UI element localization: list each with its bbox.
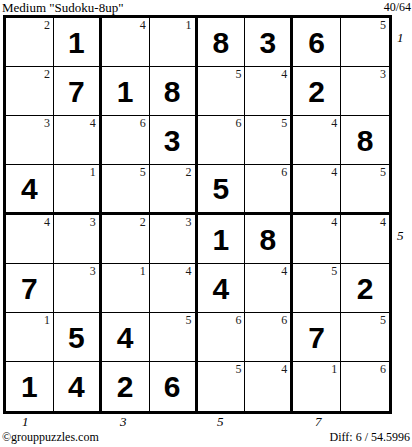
cell-r1c8[interactable]: 5 (341, 18, 389, 67)
pencil-mark: 4 (331, 215, 337, 229)
cell-r6c8[interactable]: 2 (341, 264, 389, 313)
cell-r7c1[interactable]: 1 (6, 313, 54, 362)
cell-r2c1[interactable]: 2 (6, 67, 54, 116)
pencil-mark: 5 (331, 264, 337, 278)
pencil-mark: 1 (186, 18, 192, 32)
pencil-mark: 5 (380, 18, 386, 32)
cell-r2c7[interactable]: 2 (293, 67, 341, 116)
pencil-mark: 4 (44, 215, 50, 229)
cell-digit: 8 (164, 77, 181, 107)
col-label-5: 5 (217, 414, 224, 430)
cell-r6c2[interactable]: 3 (54, 264, 102, 313)
cell-r4c1[interactable]: 4 (6, 165, 54, 214)
cell-r8c4[interactable]: 6 (150, 362, 198, 411)
cell-r8c1[interactable]: 1 (6, 362, 54, 411)
pencil-mark: 2 (140, 215, 146, 229)
pencil-mark: 6 (235, 313, 241, 327)
cell-r8c6[interactable]: 4 (245, 362, 293, 411)
pencil-mark: 6 (281, 165, 287, 179)
cell-r6c7[interactable]: 5 (293, 264, 341, 313)
row-label-5: 5 (397, 228, 404, 244)
pencil-mark: 3 (186, 215, 192, 229)
pencil-mark: 1 (90, 165, 96, 179)
cell-r7c8[interactable]: 5 (341, 313, 389, 362)
pencil-mark: 6 (140, 116, 146, 130)
pencil-mark: 5 (235, 67, 241, 81)
cell-r5c3[interactable]: 2 (102, 215, 150, 264)
pencil-mark: 1 (331, 362, 337, 376)
cell-digit: 7 (21, 274, 38, 304)
cell-digit: 2 (308, 77, 325, 107)
cell-digit: 3 (259, 28, 276, 58)
cell-r2c4[interactable]: 8 (150, 67, 198, 116)
cell-r1c1[interactable]: 2 (6, 18, 54, 67)
cell-digit: 4 (21, 174, 38, 204)
cell-r5c5[interactable]: 1 (198, 215, 246, 264)
cell-r3c5[interactable]: 6 (198, 116, 246, 165)
pencil-mark: 5 (281, 116, 287, 130)
cell-r2c6[interactable]: 4 (245, 67, 293, 116)
pencil-mark: 3 (44, 116, 50, 130)
pencil-mark: 4 (281, 264, 287, 278)
col-label-7: 7 (315, 414, 322, 430)
cell-r5c4[interactable]: 3 (150, 215, 198, 264)
pencil-mark: 4 (331, 116, 337, 130)
cell-r3c8[interactable]: 8 (341, 116, 389, 165)
cell-r8c2[interactable]: 4 (54, 362, 102, 411)
sudoku-board: 2141836527185423346365484152564543231844… (3, 15, 392, 414)
pencil-mark: 2 (44, 18, 50, 32)
pencil-mark: 2 (44, 67, 50, 81)
difficulty-text: Diff: 6 / 54.5996 (330, 430, 410, 445)
cell-digit: 8 (213, 28, 230, 58)
cell-digit: 8 (259, 225, 276, 255)
cell-r3c6[interactable]: 5 (245, 116, 293, 165)
page-title: Medium "Sudoku-8up" (2, 0, 123, 16)
cell-digit: 3 (164, 126, 181, 156)
cell-r3c7[interactable]: 4 (293, 116, 341, 165)
puzzle-page: Medium "Sudoku-8up" 40/64 21418365271854… (0, 0, 412, 447)
cell-r7c2[interactable]: 5 (54, 313, 102, 362)
cell-r3c4[interactable]: 3 (150, 116, 198, 165)
pencil-mark: 1 (44, 313, 50, 327)
cell-r5c7[interactable]: 4 (293, 215, 341, 264)
cell-r4c7[interactable]: 4 (293, 165, 341, 214)
row-label-1: 1 (397, 30, 404, 46)
pencil-mark: 5 (186, 313, 192, 327)
cell-r3c1[interactable]: 3 (6, 116, 54, 165)
cell-digit: 7 (308, 323, 325, 353)
col-label-3: 3 (120, 414, 127, 430)
cell-r8c7[interactable]: 1 (293, 362, 341, 411)
pencil-mark: 4 (90, 116, 96, 130)
cell-r4c2[interactable]: 1 (54, 165, 102, 214)
cell-digit: 5 (68, 323, 85, 353)
pencil-mark: 4 (281, 67, 287, 81)
cell-r1c4[interactable]: 1 (150, 18, 198, 67)
pencil-mark: 3 (90, 264, 96, 278)
cell-digit: 1 (117, 77, 134, 107)
pencil-mark: 4 (186, 264, 192, 278)
pencil-mark: 3 (90, 215, 96, 229)
cell-r2c5[interactable]: 5 (198, 67, 246, 116)
cell-digit: 4 (117, 323, 134, 353)
cell-r4c4[interactable]: 2 (150, 165, 198, 214)
cell-r8c5[interactable]: 5 (198, 362, 246, 411)
cell-r4c6[interactable]: 6 (245, 165, 293, 214)
cell-r4c5[interactable]: 5 (198, 165, 246, 214)
cell-r7c5[interactable]: 6 (198, 313, 246, 362)
cell-digit: 1 (213, 225, 230, 255)
cell-digit: 6 (164, 372, 181, 402)
cell-r1c7[interactable]: 6 (293, 18, 341, 67)
cell-r5c1[interactable]: 4 (6, 215, 54, 264)
cell-r6c1[interactable]: 7 (6, 264, 54, 313)
cell-r7c3[interactable]: 4 (102, 313, 150, 362)
pencil-mark: 5 (140, 165, 146, 179)
cell-digit: 5 (213, 174, 230, 204)
pencil-mark: 6 (380, 362, 386, 376)
cell-r1c3[interactable]: 4 (102, 18, 150, 67)
cell-r4c3[interactable]: 5 (102, 165, 150, 214)
cell-r5c2[interactable]: 3 (54, 215, 102, 264)
remaining-counter: 40/64 (384, 0, 411, 15)
cell-digit: 4 (213, 274, 230, 304)
cell-r1c5[interactable]: 8 (198, 18, 246, 67)
cell-digit: 1 (68, 28, 85, 58)
pencil-mark: 4 (140, 18, 146, 32)
cell-digit: 7 (68, 77, 85, 107)
cell-digit: 2 (117, 372, 134, 402)
pencil-mark: 2 (186, 165, 192, 179)
cell-r2c8[interactable]: 3 (341, 67, 389, 116)
cell-r4c8[interactable]: 5 (341, 165, 389, 214)
pencil-mark: 5 (380, 165, 386, 179)
cell-r7c6[interactable]: 6 (245, 313, 293, 362)
pencil-mark: 3 (380, 67, 386, 81)
cell-r5c6[interactable]: 8 (245, 215, 293, 264)
cell-r3c2[interactable]: 4 (54, 116, 102, 165)
cell-r7c7[interactable]: 7 (293, 313, 341, 362)
pencil-mark: 6 (235, 116, 241, 130)
cell-r6c6[interactable]: 4 (245, 264, 293, 313)
cell-r6c4[interactable]: 4 (150, 264, 198, 313)
cell-r1c6[interactable]: 3 (245, 18, 293, 67)
site-credit: ©grouppuzzles.com (2, 430, 99, 445)
cell-r1c2[interactable]: 1 (54, 18, 102, 67)
cell-r8c8[interactable]: 6 (341, 362, 389, 411)
pencil-mark: 1 (140, 264, 146, 278)
cell-r8c3[interactable]: 2 (102, 362, 150, 411)
cell-digit: 8 (357, 126, 374, 156)
cell-r5c8[interactable]: 4 (341, 215, 389, 264)
pencil-mark: 4 (331, 165, 337, 179)
pencil-mark: 5 (380, 313, 386, 327)
cell-digit: 4 (68, 372, 85, 402)
cell-digit: 6 (308, 28, 325, 58)
cell-r2c3[interactable]: 1 (102, 67, 150, 116)
pencil-mark: 6 (281, 313, 287, 327)
pencil-mark: 4 (281, 362, 287, 376)
cell-digit: 1 (21, 372, 38, 402)
cell-r3c3[interactable]: 6 (102, 116, 150, 165)
cell-digit: 2 (357, 274, 374, 304)
cell-r6c5[interactable]: 4 (198, 264, 246, 313)
pencil-mark: 5 (235, 362, 241, 376)
cell-r6c3[interactable]: 1 (102, 264, 150, 313)
pencil-mark: 4 (380, 215, 386, 229)
cell-r2c2[interactable]: 7 (54, 67, 102, 116)
cell-r7c4[interactable]: 5 (150, 313, 198, 362)
col-label-1: 1 (22, 414, 29, 430)
